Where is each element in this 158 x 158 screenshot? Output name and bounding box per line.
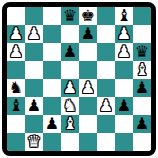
square-a4[interactable]: ♞ xyxy=(7,79,25,97)
piece-black-b: ♝ xyxy=(117,7,131,25)
square-a7[interactable]: ♟ xyxy=(7,25,25,43)
square-f6[interactable] xyxy=(97,43,115,61)
square-b7[interactable]: ♟ xyxy=(25,25,43,43)
piece-white-p: ♟ xyxy=(9,43,23,61)
square-e7[interactable]: ♟ xyxy=(79,25,97,43)
square-g6[interactable]: ♟ xyxy=(115,43,133,61)
square-e1[interactable] xyxy=(79,133,97,151)
square-f7[interactable] xyxy=(97,25,115,43)
square-b6[interactable] xyxy=(25,43,43,61)
piece-black-b: ♝ xyxy=(9,97,23,115)
square-h6[interactable]: ♛ xyxy=(133,43,151,61)
square-g4[interactable] xyxy=(115,79,133,97)
square-e8[interactable]: ♚ xyxy=(79,7,97,25)
square-c6[interactable] xyxy=(43,43,61,61)
square-a6[interactable]: ♟ xyxy=(7,43,25,61)
square-c1[interactable] xyxy=(43,133,61,151)
square-b4[interactable] xyxy=(25,79,43,97)
square-f3[interactable]: ♟ xyxy=(97,97,115,115)
board-frame: ♛♚♝♟♟♟♟♟♟♟♛♝♞♟♟♟♝♟♞♟♟♟♝♟♛ xyxy=(2,2,156,156)
square-d8[interactable]: ♛ xyxy=(61,7,79,25)
piece-white-p: ♟ xyxy=(117,43,131,61)
square-g3[interactable]: ♟ xyxy=(115,97,133,115)
square-d4[interactable]: ♟ xyxy=(61,79,79,97)
square-h4[interactable]: ♟ xyxy=(133,79,151,97)
square-g5[interactable] xyxy=(115,61,133,79)
square-c5[interactable] xyxy=(43,61,61,79)
square-h5[interactable]: ♝ xyxy=(133,61,151,79)
square-c3[interactable] xyxy=(43,97,61,115)
square-e2[interactable] xyxy=(79,115,97,133)
square-a1[interactable] xyxy=(7,133,25,151)
square-b2[interactable] xyxy=(25,115,43,133)
square-b5[interactable] xyxy=(25,61,43,79)
square-g2[interactable] xyxy=(115,115,133,133)
square-g7[interactable]: ♟ xyxy=(115,25,133,43)
square-h1[interactable] xyxy=(133,133,151,151)
square-g8[interactable]: ♝ xyxy=(115,7,133,25)
square-f5[interactable] xyxy=(97,61,115,79)
piece-black-p: ♟ xyxy=(45,115,59,133)
piece-black-p: ♟ xyxy=(27,97,41,115)
piece-white-p: ♟ xyxy=(63,79,77,97)
piece-black-p: ♟ xyxy=(81,25,95,43)
square-d2[interactable]: ♝ xyxy=(61,115,79,133)
chess-board: ♛♚♝♟♟♟♟♟♟♟♛♝♞♟♟♟♝♟♞♟♟♟♝♟♛ xyxy=(7,7,151,151)
piece-white-n: ♞ xyxy=(63,97,77,115)
square-f2[interactable] xyxy=(97,115,115,133)
square-f1[interactable] xyxy=(97,133,115,151)
piece-black-p: ♟ xyxy=(135,79,149,97)
square-e5[interactable] xyxy=(79,61,97,79)
square-e3[interactable] xyxy=(79,97,97,115)
square-b3[interactable]: ♟ xyxy=(25,97,43,115)
square-f8[interactable] xyxy=(97,7,115,25)
square-c2[interactable]: ♟ xyxy=(43,115,61,133)
square-b1[interactable]: ♛ xyxy=(25,133,43,151)
square-g1[interactable] xyxy=(115,133,133,151)
square-d6[interactable]: ♟ xyxy=(61,43,79,61)
square-a2[interactable] xyxy=(7,115,25,133)
piece-white-p: ♟ xyxy=(99,97,113,115)
square-a3[interactable]: ♝ xyxy=(7,97,25,115)
square-c7[interactable] xyxy=(43,25,61,43)
square-h8[interactable] xyxy=(133,7,151,25)
square-d5[interactable] xyxy=(61,61,79,79)
piece-white-p: ♟ xyxy=(9,25,23,43)
piece-black-p: ♟ xyxy=(135,115,149,133)
square-h2[interactable]: ♟ xyxy=(133,115,151,133)
square-e4[interactable]: ♟ xyxy=(79,79,97,97)
square-a5[interactable] xyxy=(7,61,25,79)
square-h7[interactable] xyxy=(133,25,151,43)
piece-white-p: ♟ xyxy=(81,79,95,97)
square-b8[interactable] xyxy=(25,7,43,25)
square-d3[interactable]: ♞ xyxy=(61,97,79,115)
piece-black-q: ♛ xyxy=(63,7,77,25)
piece-white-p: ♟ xyxy=(27,25,41,43)
piece-white-p: ♟ xyxy=(117,25,131,43)
square-d7[interactable] xyxy=(61,25,79,43)
piece-white-b: ♝ xyxy=(135,61,149,79)
square-e6[interactable] xyxy=(79,43,97,61)
square-c8[interactable] xyxy=(43,7,61,25)
piece-white-b: ♝ xyxy=(63,115,77,133)
square-f4[interactable] xyxy=(97,79,115,97)
square-a8[interactable] xyxy=(7,7,25,25)
square-d1[interactable] xyxy=(61,133,79,151)
piece-black-n: ♞ xyxy=(9,79,23,97)
piece-white-q: ♛ xyxy=(27,133,41,151)
square-h3[interactable] xyxy=(133,97,151,115)
piece-black-p: ♟ xyxy=(117,97,131,115)
square-c4[interactable] xyxy=(43,79,61,97)
piece-black-p: ♟ xyxy=(63,43,77,61)
piece-black-k: ♚ xyxy=(81,7,95,25)
piece-black-q: ♛ xyxy=(135,43,149,61)
